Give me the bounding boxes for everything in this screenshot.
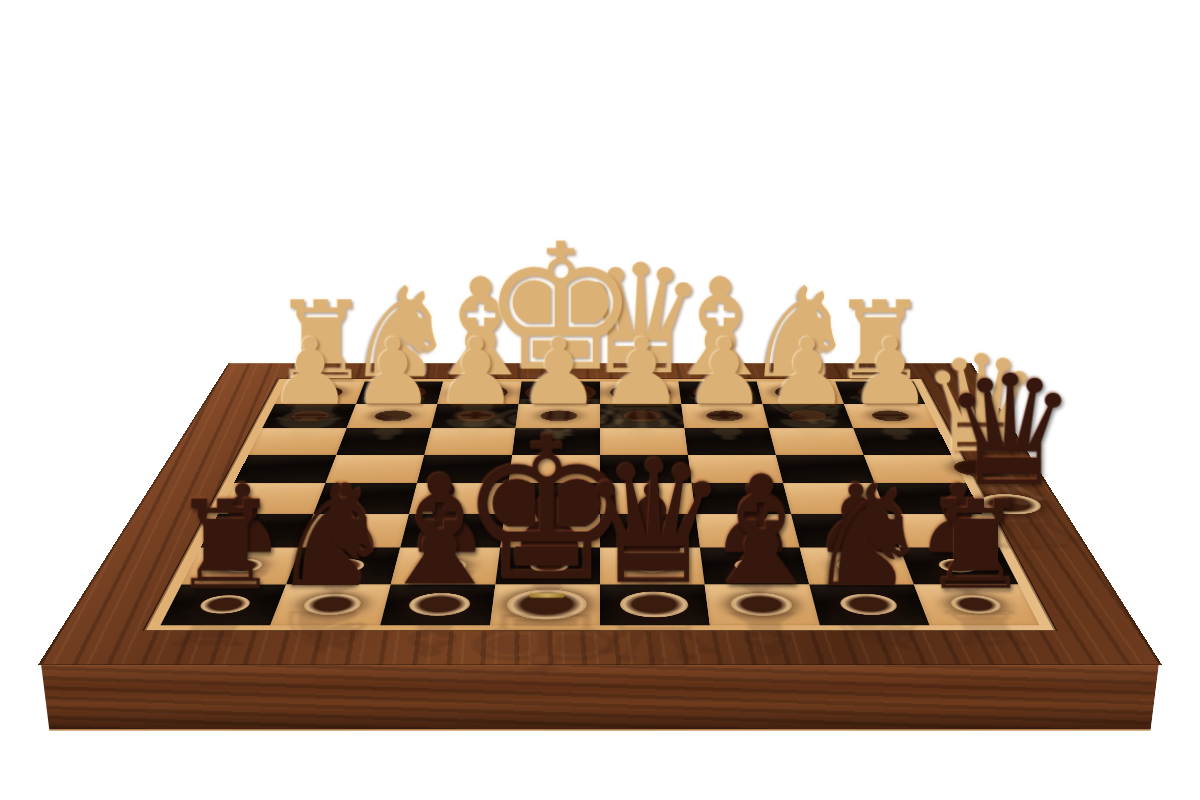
base-pad-black [834,559,877,573]
square-g7[interactable]: ♟♟ [286,548,400,585]
square-d8[interactable]: ♛♛ [600,585,710,626]
square-e1[interactable]: ♚♚ [519,381,600,404]
square-a7[interactable]: ♟♟ [900,548,1019,585]
base-pad-black [729,593,794,616]
square-d5[interactable] [600,483,696,514]
square-a8[interactable]: ♜♜ [914,585,1040,626]
square-h2[interactable]: ♟♟ [262,404,356,428]
square-c8[interactable]: ♝♝ [705,585,820,626]
square-c2[interactable]: ♟♟ [681,404,769,428]
base-pad-white [692,385,749,400]
base-pad-white [705,410,744,421]
square-e7[interactable]: ♟♟ [495,548,600,585]
piece-white-knight[interactable]: ♞ [344,273,456,392]
square-a3[interactable] [853,428,951,454]
piece-white-rook[interactable]: ♜ [272,289,369,392]
square-a6[interactable] [887,514,1000,548]
square-e3[interactable] [512,428,600,454]
square-b7[interactable]: ♟♟ [800,548,914,585]
square-c5[interactable] [692,483,791,514]
piece-reflection: ♝ [355,604,506,662]
piece-white-queen[interactable]: ♛ [572,248,708,392]
square-f8[interactable]: ♝♝ [380,585,495,626]
square-d4[interactable] [600,455,692,483]
square-f2[interactable]: ♟♟ [431,404,519,428]
base-pad-black [837,594,900,615]
base-pad-black [300,594,363,615]
square-f5[interactable] [409,483,508,514]
square-g3[interactable] [336,428,431,454]
square-e6[interactable] [500,514,600,548]
base-pad-white [540,410,577,421]
piece-white-king[interactable]: ♚ [481,225,638,392]
square-f6[interactable] [400,514,504,548]
square-a1[interactable]: ♜♜ [835,381,925,404]
square-g5[interactable] [313,483,416,514]
square-b8[interactable]: ♞♞ [809,585,929,626]
base-pad-white [524,383,595,403]
square-e4[interactable] [508,455,600,483]
base-pad-black [619,591,689,617]
square-h7[interactable]: ♟♟ [181,548,300,585]
base-pad-white [289,410,331,421]
base-pad-black [505,589,586,619]
base-pad-white [373,410,413,421]
square-g2[interactable]: ♟♟ [347,404,438,428]
base-pad-white [296,386,345,398]
square-h4[interactable] [234,455,337,483]
chess-set-photo: ♜♜♞♞♝♝♚♚♛♛♝♝♞♞♜♜♟♟♟♟♟♟♟♟♟♟♟♟♟♟♟♟♟♟♟♟♟♟♟♟… [0,0,1200,800]
square-d2[interactable]: ♟♟ [600,404,684,428]
square-b1[interactable]: ♞♞ [757,381,844,404]
square-f7[interactable]: ♟♟ [391,548,500,585]
square-g1[interactable]: ♞♞ [356,381,443,404]
base-pad-white [855,386,904,398]
square-h8[interactable]: ♜♜ [160,585,286,626]
square-a2[interactable]: ♟♟ [844,404,938,428]
base-pad-black [426,559,467,573]
base-pad-white [451,385,508,400]
square-e8[interactable]: ♚♚ [490,585,600,626]
square-f4[interactable] [417,455,512,483]
base-pad-black [323,559,366,573]
square-b2[interactable]: ♟♟ [763,404,854,428]
square-f3[interactable] [424,428,515,454]
square-a5[interactable] [875,483,982,514]
base-pad-black [632,559,671,573]
square-h1[interactable]: ♜♜ [275,381,365,404]
square-d1[interactable]: ♛♛ [600,381,681,404]
base-pad-white [623,410,660,421]
base-pad-black [936,559,980,573]
piece-white-knight[interactable]: ♞ [744,273,856,392]
square-c3[interactable] [684,428,775,454]
square-e2[interactable]: ♟♟ [516,404,600,428]
piece-white-bishop[interactable]: ♝ [659,264,780,392]
square-b3[interactable] [769,428,864,454]
square-f1[interactable]: ♝♝ [437,381,521,404]
square-g4[interactable] [325,455,424,483]
base-pad-white [610,384,672,401]
piece-reflection: ♝ [693,604,844,662]
square-g8[interactable]: ♞♞ [270,585,390,626]
square-c7[interactable]: ♟♟ [700,548,809,585]
board-grid: ♜♜♞♞♝♝♚♚♛♛♝♝♞♞♜♜♟♟♟♟♟♟♟♟♟♟♟♟♟♟♟♟♟♟♟♟♟♟♟♟… [160,381,1039,625]
base-pad-black [220,559,264,573]
piece-white-rook[interactable]: ♜ [831,289,928,392]
base-pad-black [406,593,471,616]
square-e5[interactable] [504,483,600,514]
square-b5[interactable] [783,483,886,514]
chess-board: ♜♜♞♞♝♝♚♚♛♛♝♝♞♞♜♜♟♟♟♟♟♟♟♟♟♟♟♟♟♟♟♟♟♟♟♟♟♟♟♟… [38,363,1162,665]
square-c4[interactable] [688,455,783,483]
piece-white-bishop[interactable]: ♝ [420,264,541,392]
square-c1[interactable]: ♝♝ [678,381,762,404]
square-b4[interactable] [776,455,875,483]
board-front-edge [41,663,1159,730]
square-d7[interactable]: ♟♟ [600,548,705,585]
base-pad-white [373,385,428,399]
square-h3[interactable] [249,428,347,454]
base-pad-white [869,410,911,421]
base-pad-white [773,385,828,399]
square-h5[interactable] [218,483,325,514]
brand-stamp [529,593,564,598]
square-d6[interactable] [600,514,700,548]
base-pad-white [787,410,827,421]
square-a4[interactable] [864,455,967,483]
square-g6[interactable] [300,514,409,548]
base-pad-black [947,595,1004,613]
base-pad-white [456,410,495,421]
base-pad-black [196,595,253,613]
base-pad-black [529,559,568,573]
square-h6[interactable] [201,514,314,548]
square-c6[interactable] [696,514,800,548]
square-b6[interactable] [791,514,900,548]
square-d3[interactable] [600,428,688,454]
base-pad-black [733,559,774,573]
